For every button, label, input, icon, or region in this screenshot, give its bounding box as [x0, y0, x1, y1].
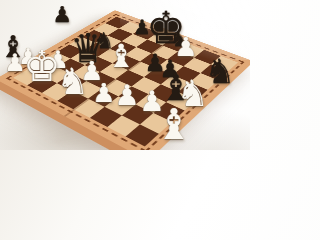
piece-black-bishop[interactable]: ♝	[0, 32, 26, 62]
scene: ♟♟♚♞♛♞♝♟♝♟♟♟♟♚♟♞♝♟♞♟♟♞♟♝	[0, 0, 250, 150]
light-glare	[120, 0, 250, 60]
piece-black-pawn[interactable]: ♟	[52, 4, 72, 26]
